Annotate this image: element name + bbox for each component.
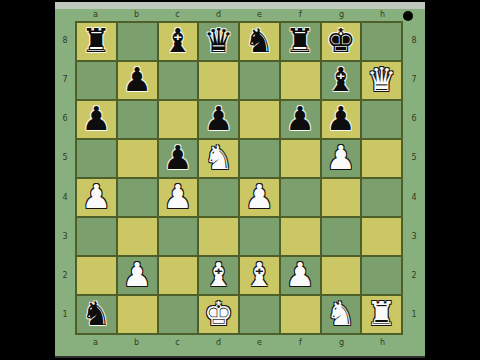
rank-label-right-1: 1 (403, 296, 425, 335)
square-c8[interactable]: ♝ (158, 22, 199, 61)
square-a2[interactable] (76, 256, 117, 295)
black-pawn-c5[interactable]: ♟ (163, 141, 193, 174)
square-d1[interactable]: ♚ (198, 295, 239, 334)
square-c1[interactable] (158, 295, 199, 334)
square-g8[interactable]: ♚ (321, 22, 362, 61)
square-h8[interactable] (361, 22, 402, 61)
square-h5[interactable] (361, 139, 402, 178)
square-d2[interactable]: ♝ (198, 256, 239, 295)
rank-label-left-3: 3 (55, 217, 75, 256)
square-b1[interactable] (117, 295, 158, 334)
black-pawn-d6[interactable]: ♟ (204, 102, 234, 135)
file-label-top-d: d (198, 9, 239, 21)
square-f2[interactable]: ♟ (280, 256, 321, 295)
white-knight-g1[interactable]: ♞ (326, 297, 356, 330)
board: ♜♝♛♞♜♚♟♝♛♟♟♟♟♟♞♟♟♟♟♟♝♝♟♞♚♞♜ (75, 21, 403, 335)
black-pawn-f6[interactable]: ♟ (285, 102, 315, 135)
square-e6[interactable] (239, 100, 280, 139)
black-pawn-a6[interactable]: ♟ (82, 102, 112, 135)
square-f8[interactable]: ♜ (280, 22, 321, 61)
file-label-bottom-c: c (157, 336, 198, 349)
square-h6[interactable] (361, 100, 402, 139)
file-label-top-f: f (280, 9, 321, 21)
rank-label-left-6: 6 (55, 100, 75, 139)
square-b8[interactable] (117, 22, 158, 61)
square-c2[interactable] (158, 256, 199, 295)
rank-label-left-4: 4 (55, 178, 75, 217)
square-b2[interactable]: ♟ (117, 256, 158, 295)
square-g5[interactable]: ♟ (321, 139, 362, 178)
file-labels-bottom: abcdefgh (75, 336, 403, 349)
square-a3[interactable] (76, 217, 117, 256)
square-f1[interactable] (280, 295, 321, 334)
window-top-strip (55, 2, 425, 9)
square-d8[interactable]: ♛ (198, 22, 239, 61)
square-g3[interactable] (321, 217, 362, 256)
square-e3[interactable] (239, 217, 280, 256)
black-bishop-g7[interactable]: ♝ (326, 63, 356, 96)
rank-label-left-1: 1 (55, 296, 75, 335)
white-king-d1[interactable]: ♚ (204, 297, 234, 330)
white-pawn-f2[interactable]: ♟ (285, 258, 315, 291)
square-f7[interactable] (280, 61, 321, 100)
square-a1[interactable]: ♞ (76, 295, 117, 334)
black-bishop-c8[interactable]: ♝ (163, 24, 193, 57)
side-to-move-indicator (403, 11, 413, 21)
square-e8[interactable]: ♞ (239, 22, 280, 61)
rank-label-right-8: 8 (403, 21, 425, 60)
white-bishop-e2[interactable]: ♝ (245, 258, 275, 291)
square-f5[interactable] (280, 139, 321, 178)
black-rook-a8[interactable]: ♜ (82, 24, 112, 57)
square-f6[interactable]: ♟ (280, 100, 321, 139)
square-c4[interactable]: ♟ (158, 178, 199, 217)
square-a4[interactable]: ♟ (76, 178, 117, 217)
square-g6[interactable]: ♟ (321, 100, 362, 139)
rank-label-right-2: 2 (403, 257, 425, 296)
square-d7[interactable] (198, 61, 239, 100)
square-h7[interactable]: ♛ (361, 61, 402, 100)
white-pawn-e4[interactable]: ♟ (245, 180, 275, 213)
file-label-bottom-h: h (362, 336, 403, 349)
square-f3[interactable] (280, 217, 321, 256)
square-b7[interactable]: ♟ (117, 61, 158, 100)
file-label-top-e: e (239, 9, 280, 21)
rank-label-left-2: 2 (55, 257, 75, 296)
square-g1[interactable]: ♞ (321, 295, 362, 334)
rank-label-right-5: 5 (403, 139, 425, 178)
white-bishop-d2[interactable]: ♝ (204, 258, 234, 291)
square-a5[interactable] (76, 139, 117, 178)
square-d3[interactable] (198, 217, 239, 256)
rank-label-left-8: 8 (55, 21, 75, 60)
square-d6[interactable]: ♟ (198, 100, 239, 139)
rank-label-right-3: 3 (403, 217, 425, 256)
square-a8[interactable]: ♜ (76, 22, 117, 61)
rank-labels-left: 87654321 (55, 21, 75, 335)
square-b3[interactable] (117, 217, 158, 256)
square-c5[interactable]: ♟ (158, 139, 199, 178)
square-a6[interactable]: ♟ (76, 100, 117, 139)
square-f4[interactable] (280, 178, 321, 217)
bottom-strip (55, 356, 425, 358)
white-pawn-b2[interactable]: ♟ (122, 258, 152, 291)
file-label-bottom-d: d (198, 336, 239, 349)
file-label-bottom-b: b (116, 336, 157, 349)
file-label-top-h: h (362, 9, 403, 21)
black-knight-e8[interactable]: ♞ (245, 24, 275, 57)
black-rook-f8[interactable]: ♜ (285, 24, 315, 57)
black-pawn-g6[interactable]: ♟ (326, 102, 356, 135)
square-b6[interactable] (117, 100, 158, 139)
rank-label-right-6: 6 (403, 100, 425, 139)
square-e7[interactable] (239, 61, 280, 100)
square-g2[interactable] (321, 256, 362, 295)
file-label-bottom-g: g (321, 336, 362, 349)
file-label-bottom-a: a (75, 336, 116, 349)
file-label-top-a: a (75, 9, 116, 21)
square-d4[interactable] (198, 178, 239, 217)
white-rook-h1[interactable]: ♜ (367, 297, 397, 330)
square-d5[interactable]: ♞ (198, 139, 239, 178)
square-b5[interactable] (117, 139, 158, 178)
square-g7[interactable]: ♝ (321, 61, 362, 100)
black-knight-a1[interactable]: ♞ (82, 297, 112, 330)
black-king-g8[interactable]: ♚ (326, 24, 356, 57)
white-pawn-a4[interactable]: ♟ (82, 180, 112, 213)
rank-label-right-4: 4 (403, 178, 425, 217)
file-label-top-g: g (321, 9, 362, 21)
black-pawn-b7[interactable]: ♟ (122, 63, 152, 96)
board-frame: abcdefgh 87654321 ♜♝♛♞♜♚♟♝♛♟♟♟♟♟♞♟♟♟♟♟♝♝… (55, 9, 425, 356)
white-queen-h7[interactable]: ♛ (367, 63, 397, 96)
file-label-top-b: b (116, 9, 157, 21)
square-c7[interactable] (158, 61, 199, 100)
rank-label-right-7: 7 (403, 60, 425, 99)
square-c3[interactable] (158, 217, 199, 256)
file-label-top-c: c (157, 9, 198, 21)
square-c6[interactable] (158, 100, 199, 139)
rank-labels-right: 87654321 (403, 21, 425, 335)
square-h1[interactable]: ♜ (361, 295, 402, 334)
black-queen-d8[interactable]: ♛ (204, 24, 234, 57)
chess-app-panel: abcdefgh 87654321 ♜♝♛♞♜♚♟♝♛♟♟♟♟♟♞♟♟♟♟♟♝♝… (55, 0, 425, 360)
rank-label-left-7: 7 (55, 60, 75, 99)
white-pawn-c4[interactable]: ♟ (163, 180, 193, 213)
file-label-bottom-e: e (239, 336, 280, 349)
square-h3[interactable] (361, 217, 402, 256)
file-labels-top: abcdefgh (75, 9, 403, 21)
square-e4[interactable]: ♟ (239, 178, 280, 217)
square-e1[interactable] (239, 295, 280, 334)
square-e5[interactable] (239, 139, 280, 178)
square-h4[interactable] (361, 178, 402, 217)
square-g4[interactable] (321, 178, 362, 217)
white-pawn-g5[interactable]: ♟ (326, 141, 356, 174)
square-e2[interactable]: ♝ (239, 256, 280, 295)
square-h2[interactable] (361, 256, 402, 295)
white-knight-d5[interactable]: ♞ (204, 141, 234, 174)
rank-label-left-5: 5 (55, 139, 75, 178)
file-label-bottom-f: f (280, 336, 321, 349)
square-b4[interactable] (117, 178, 158, 217)
video-frame: abcdefgh 87654321 ♜♝♛♞♜♚♟♝♛♟♟♟♟♟♞♟♟♟♟♟♝♝… (0, 0, 480, 360)
square-a7[interactable] (76, 61, 117, 100)
